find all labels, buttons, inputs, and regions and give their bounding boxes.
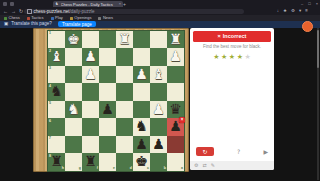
rank-label: 3 (49, 66, 51, 70)
edit-icon[interactable]: ✎ (211, 161, 215, 170)
black-knight-h4[interactable]: ♞ (48, 83, 65, 101)
url-bar[interactable]: chess-puzzles.net/daily-puzzle (24, 9, 244, 15)
square-h4[interactable]: 4♞ (48, 83, 65, 101)
square-h2[interactable]: 2♝ (48, 48, 65, 66)
square-d5[interactable] (116, 101, 133, 119)
toolbar-icons: ↓★⚙▾≡ (277, 7, 308, 15)
white-pawn-a2[interactable]: ♟ (167, 48, 184, 66)
page-scrollbar[interactable] (317, 28, 320, 180)
next-puzzle-button[interactable]: ▶ (263, 147, 268, 156)
settings-icon[interactable]: ⚙ (291, 7, 295, 15)
square-c3[interactable]: ♟ (133, 66, 150, 84)
square-g5[interactable]: ♞ (65, 101, 82, 119)
white-pawn-f2[interactable]: ♟ (82, 48, 99, 66)
square-g8[interactable]: g (65, 153, 82, 171)
difficulty-stars: ★★★★★ (190, 53, 274, 61)
firefox-menu-icon[interactable] (3, 2, 7, 6)
forward-icon[interactable]: → (11, 7, 16, 15)
square-b3[interactable]: ♝ (150, 66, 167, 84)
dropdown-icon[interactable]: ▾ (299, 7, 301, 15)
square-a7[interactable] (167, 136, 184, 154)
rank-label: 6 (49, 119, 51, 123)
panel-footer: ⚙⇄✎ (190, 161, 274, 170)
square-b4[interactable] (150, 83, 167, 101)
square-h7[interactable]: 7 (48, 136, 65, 154)
close-window-icon[interactable]: × (316, 0, 318, 7)
result-banner: × Incorrect (193, 31, 271, 42)
square-f5[interactable] (82, 101, 99, 119)
window-controls: –□× (301, 0, 318, 7)
square-b1[interactable] (150, 31, 167, 49)
square-c1[interactable] (133, 31, 150, 49)
square-f7[interactable] (82, 136, 99, 154)
square-c8[interactable]: c♚ (133, 153, 150, 171)
square-b8[interactable]: b (150, 153, 167, 171)
square-g6[interactable] (65, 118, 82, 136)
bookmark-favicon (51, 17, 54, 20)
square-e7[interactable] (99, 136, 116, 154)
incorrect-move-badge: × (179, 117, 185, 123)
square-c7[interactable]: ♟ (133, 136, 150, 154)
bookmark-favicon (70, 17, 73, 20)
square-c5[interactable] (133, 101, 150, 119)
square-e6[interactable] (99, 118, 116, 136)
square-d4[interactable] (116, 83, 133, 101)
square-c6[interactable]: ♞ (133, 118, 150, 136)
result-label: Incorrect (223, 33, 247, 39)
white-rook-d1[interactable]: ♜ (116, 31, 133, 49)
square-b2[interactable] (150, 48, 167, 66)
square-b5[interactable]: ♟ (150, 101, 167, 119)
file-label: d (130, 166, 132, 170)
star-filled-icon: ★ (213, 53, 219, 61)
rank-label: 1 (49, 31, 51, 35)
file-label: b (164, 166, 166, 170)
puzzle-hint-text: Find the best move for black. (192, 44, 272, 49)
retry-button[interactable]: ↻ (196, 147, 214, 156)
square-a8[interactable]: a (167, 153, 184, 171)
square-a2[interactable]: ♟ (167, 48, 184, 66)
square-b6[interactable] (150, 118, 167, 136)
flip-board-icon[interactable]: ⇄ (202, 161, 206, 170)
black-knight-c6[interactable]: ♞ (133, 118, 150, 136)
white-knight-g5[interactable]: ♞ (65, 101, 82, 119)
black-queen-a5[interactable]: ♛ (167, 101, 184, 119)
puzzle-panel: × Incorrect Find the best move for black… (190, 28, 274, 170)
square-a4[interactable] (167, 83, 184, 101)
black-pawn-e5[interactable]: ♟ (99, 101, 116, 119)
square-e8[interactable]: e (99, 153, 116, 171)
square-f8[interactable]: f♜ (82, 153, 99, 171)
square-e2[interactable] (99, 48, 116, 66)
rank-label: 5 (49, 101, 51, 105)
settings-gear-icon[interactable]: ⚙ (194, 161, 198, 170)
x-icon: × (218, 33, 221, 39)
minimize-icon[interactable]: – (301, 0, 303, 7)
tab-favicon: ♞ (55, 2, 59, 6)
square-g1[interactable]: ♚ (65, 31, 82, 49)
star-filled-icon: ★ (221, 53, 227, 61)
file-label: e (113, 166, 115, 170)
board-frame: 1♚♜♜2♝♟♟3♟♟♝4♞5♞♟♟♛6♞♟×7♟♟8h♜gf♜edc♚ba (33, 28, 189, 172)
rank-label: 7 (49, 136, 51, 140)
square-d7[interactable] (116, 136, 133, 154)
star-filled-icon: ★ (229, 53, 235, 61)
square-g4[interactable] (65, 83, 82, 101)
square-a6[interactable]: ♟× (167, 118, 184, 136)
square-f4[interactable] (82, 83, 99, 101)
square-f2[interactable]: ♟ (82, 48, 99, 66)
square-b7[interactable]: ♟ (150, 136, 167, 154)
black-king-c8[interactable]: ♚ (133, 153, 150, 171)
square-h3[interactable]: 3 (48, 66, 65, 84)
square-e3[interactable] (99, 66, 116, 84)
square-h8[interactable]: 8h♜ (48, 153, 65, 171)
black-rook-f8[interactable]: ♜ (82, 153, 99, 171)
square-c4[interactable] (133, 83, 150, 101)
translate-button[interactable]: Translate page (58, 21, 96, 27)
bookmark-star-icon[interactable]: ★ (283, 7, 287, 15)
bookmark-favicon (98, 17, 101, 20)
white-rook-a1[interactable]: ♜ (167, 31, 184, 49)
notification-badge[interactable] (302, 21, 313, 32)
square-d2[interactable] (116, 48, 133, 66)
hint-button[interactable]: ? (237, 147, 240, 156)
square-f1[interactable] (82, 31, 99, 49)
tab-list-icon[interactable] (10, 2, 14, 6)
square-g3[interactable] (65, 66, 82, 84)
star-filled-icon: ★ (237, 53, 243, 61)
padlock-icon (27, 9, 32, 14)
white-pawn-b5[interactable]: ♟ (150, 101, 167, 119)
square-c2[interactable] (133, 48, 150, 66)
black-pawn-c7[interactable]: ♟ (133, 136, 150, 154)
square-a5[interactable]: ♛ (167, 101, 184, 119)
tab-close-icon[interactable]: × (119, 2, 121, 6)
square-g7[interactable] (65, 136, 82, 154)
reload-icon[interactable]: ↻ (19, 7, 23, 15)
url-text: chess-puzzles.net/daily-puzzle (34, 9, 95, 14)
url-domain: chess-puzzles.net (34, 9, 70, 14)
page-background: 1♚♜♜2♝♟♟3♟♟♝4♞5♞♟♟♛6♞♟×7♟♟8h♜gf♜edc♚ba ×… (0, 28, 320, 181)
square-d1[interactable]: ♜ (116, 31, 133, 49)
square-a3[interactable] (167, 66, 184, 84)
back-icon[interactable]: ← (3, 7, 8, 15)
white-bishop-b3[interactable]: ♝ (150, 66, 167, 84)
square-d3[interactable] (116, 66, 133, 84)
white-pawn-c3[interactable]: ♟ (133, 66, 150, 84)
square-e4[interactable] (99, 83, 116, 101)
white-pawn-f3[interactable]: ♟ (82, 66, 99, 84)
downloads-icon[interactable]: ↓ (277, 7, 279, 15)
white-king-g1[interactable]: ♚ (65, 31, 82, 49)
square-h5[interactable]: 5 (48, 101, 65, 119)
square-g2[interactable] (65, 48, 82, 66)
browser-titlebar (0, 0, 320, 7)
scrollbar-thumb[interactable] (317, 30, 320, 68)
bookmark-favicon (4, 17, 7, 20)
square-d8[interactable]: d (116, 153, 133, 171)
square-e5[interactable]: ♟ (99, 101, 116, 119)
puzzle-controls: ↻ ? ▶ (190, 147, 274, 157)
black-pawn-b7[interactable]: ♟ (150, 136, 167, 154)
square-h6[interactable]: 6 (48, 118, 65, 136)
square-e1[interactable] (99, 31, 116, 49)
translate-icon: ▣ (4, 21, 8, 27)
square-f6[interactable] (82, 118, 99, 136)
white-bishop-h2[interactable]: ♝ (48, 48, 65, 66)
square-h1[interactable]: 1 (48, 31, 65, 49)
maximize-icon[interactable]: □ (308, 0, 310, 7)
file-label: a (181, 166, 183, 170)
url-path: /daily-puzzle (70, 9, 95, 14)
chess-board[interactable]: 1♚♜♜2♝♟♟3♟♟♝4♞5♞♟♟♛6♞♟×7♟♟8h♜gf♜edc♚ba (47, 30, 185, 172)
bookmark-favicon (27, 17, 30, 20)
square-a1[interactable]: ♜ (167, 31, 184, 49)
star-empty-icon: ★ (244, 53, 250, 61)
square-d6[interactable] (116, 118, 133, 136)
square-f3[interactable]: ♟ (82, 66, 99, 84)
file-label: g (79, 166, 81, 170)
black-rook-h8[interactable]: ♜ (48, 153, 65, 171)
tab-title: Chess Puzzles - Daily Tactics (61, 2, 117, 7)
menu-icon[interactable]: ≡ (305, 7, 308, 15)
notification-text: Translate this page? (11, 21, 52, 27)
